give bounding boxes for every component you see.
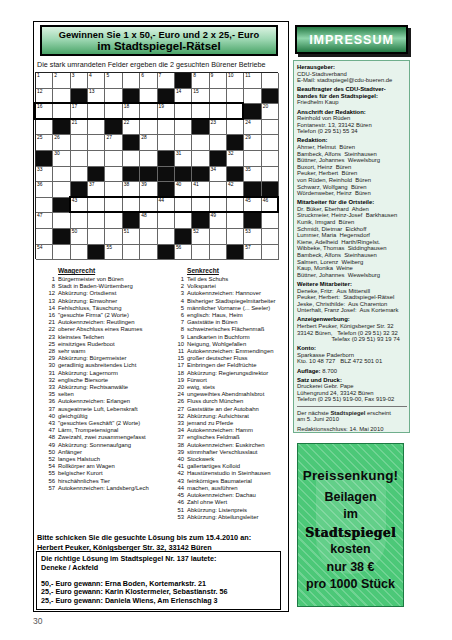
grid-cell-black bbox=[210, 151, 227, 167]
grid-cell[interactable] bbox=[210, 229, 227, 245]
grid-cell-black bbox=[262, 182, 279, 198]
banner-line: nur 38 € bbox=[298, 559, 403, 577]
impressum-line: Ahmer, Helmut Büren bbox=[297, 144, 407, 151]
grid-cell[interactable] bbox=[175, 198, 192, 214]
grid-cell[interactable]: 57 bbox=[244, 245, 261, 261]
grid-cell[interactable] bbox=[105, 213, 122, 229]
impressum-line: Lummer, Maria Hegensdorf bbox=[297, 232, 407, 239]
banner-line: Beilagen bbox=[298, 489, 403, 507]
clue-number: 46 bbox=[263, 198, 268, 204]
grid-cell[interactable] bbox=[210, 182, 227, 198]
clue-text: kleinstes Teilchen bbox=[58, 334, 104, 341]
down-clue: 53Abkürzung: Abteilungsleiter bbox=[175, 514, 288, 521]
impressum-inline-value: 8.700 bbox=[321, 368, 337, 374]
clue-number: 1 bbox=[37, 73, 40, 79]
clue-number: 51 bbox=[175, 507, 184, 514]
impressum-line: Schwarz, Wolfgang Büren bbox=[297, 184, 407, 191]
grid-cell-black bbox=[123, 135, 140, 151]
grid-cell[interactable] bbox=[53, 213, 70, 229]
grid-cell-black bbox=[36, 151, 53, 167]
down-clue: 41gallertartiges Kolloid bbox=[175, 463, 288, 470]
grid-cell[interactable] bbox=[71, 135, 88, 151]
across-clue: 13Abkürzung: Einwohner bbox=[46, 298, 174, 305]
down-clue: 3Autokennzeichen: Hannover bbox=[175, 290, 288, 297]
grid-cell[interactable]: 41 bbox=[192, 182, 209, 198]
submission-line1: Bitte schicken Sie die gesuchte Lösung b… bbox=[37, 533, 287, 543]
impressum-line: Telefon (0 29 51) 919-00, Fax 919-02 bbox=[297, 396, 407, 403]
grid-cell[interactable]: 18 bbox=[123, 104, 140, 120]
grid-cell[interactable] bbox=[262, 73, 279, 89]
clue-text: Zahl ohne Wert bbox=[187, 499, 227, 506]
grid-cell[interactable] bbox=[175, 120, 192, 136]
grid-cell[interactable] bbox=[227, 229, 244, 245]
clue-number: 25 bbox=[37, 135, 42, 141]
across-clue: 25einsitziges Ruderboot bbox=[46, 341, 174, 348]
grid-cell[interactable] bbox=[53, 182, 70, 198]
down-clue: 2Volkspartei bbox=[175, 283, 288, 290]
clue-text: Abkürzung: Regierungsdirektor bbox=[187, 370, 268, 377]
grid-cell[interactable]: 20 bbox=[262, 104, 279, 120]
grid-cell[interactable]: 16 bbox=[36, 104, 53, 120]
impressum-line: Peuker, Herbert Büren bbox=[297, 170, 407, 177]
grid-cell[interactable]: 21 bbox=[71, 120, 88, 136]
clue-number: 36 bbox=[46, 398, 55, 405]
grid-cell[interactable] bbox=[262, 135, 279, 151]
grid-cell[interactable] bbox=[123, 151, 140, 167]
clue-number: 48 bbox=[141, 213, 146, 219]
grid-cell[interactable]: 44 bbox=[158, 198, 175, 214]
grid-cell[interactable]: 47 bbox=[36, 213, 53, 229]
prize-header-line2: im Stadtspiegel-Rätsel bbox=[42, 40, 276, 52]
across-clue: 8Stadt in Baden-Württemberg bbox=[46, 283, 174, 290]
banner-line: Stadtspiegel bbox=[298, 524, 403, 542]
impressum-line: Struckmeier, Heinz-Josef Barkhausen bbox=[297, 212, 407, 219]
down-clue: 7Gaststätte in Büren bbox=[175, 319, 288, 326]
impressum-line: Fontanestr. 13, 33142 Büren bbox=[297, 122, 407, 129]
grid-cell[interactable]: 10 bbox=[227, 73, 244, 89]
grid-cell-black bbox=[227, 135, 244, 151]
grid-cell[interactable]: 7 bbox=[158, 73, 175, 89]
grid-cell[interactable]: 37 bbox=[88, 182, 105, 198]
clue-number: 57 bbox=[245, 245, 250, 251]
down-clue: 6englisch: Haus, Heim bbox=[175, 312, 288, 319]
grid-cell-black bbox=[88, 167, 105, 183]
across-clue: 30geradlinig ausbreitendes Licht bbox=[46, 362, 174, 369]
grid-cell[interactable] bbox=[71, 245, 88, 261]
crossword-grid[interactable]: 1234567891011121314151617181920212223242… bbox=[35, 72, 278, 259]
down-clue: 44machen, ausführen bbox=[175, 485, 288, 492]
grid-cell[interactable] bbox=[262, 167, 279, 183]
puzzle-intro: Die stark umrandeten Felder ergeben die … bbox=[37, 60, 287, 69]
grid-cell[interactable]: 23 bbox=[210, 120, 227, 136]
grid-cell[interactable] bbox=[262, 213, 279, 229]
prize-header: Gewinnen Sie 1 x 50,- Euro und 2 x 25,- … bbox=[40, 25, 278, 56]
impressum-section-header: Satz und Druck: bbox=[297, 377, 407, 384]
grid-cell[interactable]: 48 bbox=[140, 213, 157, 229]
promo-banner: Preissenkung!BeilagenimStadtspiegelkoste… bbox=[297, 443, 404, 607]
impressum-section-header: Anschrift der Redaktion: bbox=[297, 109, 407, 116]
grid-cell[interactable] bbox=[158, 135, 175, 151]
grid-cell[interactable]: 30 bbox=[53, 151, 70, 167]
impressum-footer-line: Redaktionsschluss: 14. Mai 2010 bbox=[297, 426, 407, 433]
grid-cell[interactable] bbox=[36, 198, 53, 214]
grid-cell[interactable] bbox=[158, 120, 175, 136]
grid-cell[interactable] bbox=[192, 104, 209, 120]
grid-cell-black bbox=[192, 167, 209, 183]
clue-number: 7 bbox=[175, 319, 184, 326]
clue-number: 32 bbox=[228, 151, 233, 157]
impressum-line: Wibbeke, Thomas Siddinghausen bbox=[297, 245, 407, 252]
previous-solution-box: Die richtige Lösung im Stadtspiegel Nr. … bbox=[36, 551, 281, 610]
grid-cell[interactable]: 17 bbox=[71, 104, 88, 120]
grid-cell-black bbox=[158, 151, 175, 167]
grid-cell[interactable]: 43 bbox=[71, 198, 88, 214]
clue-text: "gesuchte Firma" (2 Worte) bbox=[58, 312, 129, 319]
grid-cell[interactable]: 32 bbox=[227, 151, 244, 167]
grid-cell[interactable]: 14 bbox=[175, 89, 192, 105]
grid-cell[interactable]: 11 bbox=[244, 73, 261, 89]
clue-number: 18 bbox=[124, 104, 129, 110]
clue-number: 17 bbox=[175, 362, 184, 369]
clue-number: 6 bbox=[141, 73, 144, 79]
grid-cell[interactable] bbox=[71, 167, 88, 183]
grid-cell[interactable]: 38 bbox=[123, 182, 140, 198]
clue-number: 15 bbox=[193, 89, 198, 95]
clue-number: 13 bbox=[46, 298, 55, 305]
clue-number: 4 bbox=[175, 298, 184, 305]
grid-cell[interactable] bbox=[53, 167, 70, 183]
grid-cell[interactable] bbox=[140, 89, 157, 105]
across-clue: 48Zweizahl, zwei zusammengefasst bbox=[46, 434, 174, 441]
grid-cell[interactable] bbox=[88, 151, 105, 167]
clue-number: 17 bbox=[72, 104, 77, 110]
grid-cell[interactable]: 15 bbox=[192, 89, 209, 105]
grid-cell[interactable] bbox=[88, 120, 105, 136]
down-clue: 45Autokennzeichen: Dachau bbox=[175, 492, 288, 499]
grid-cell-black bbox=[175, 167, 192, 183]
grid-cell[interactable] bbox=[227, 120, 244, 136]
grid-cell[interactable] bbox=[192, 245, 209, 261]
clue-text: langes Halstuch bbox=[58, 456, 100, 463]
grid-cell[interactable] bbox=[140, 151, 157, 167]
clue-number: 3 bbox=[72, 73, 75, 79]
clue-number: 33 bbox=[46, 384, 55, 391]
grid-cell[interactable] bbox=[210, 245, 227, 261]
grid-cell[interactable] bbox=[158, 229, 175, 245]
grid-cell[interactable] bbox=[210, 135, 227, 151]
impressum-line: Herbert Peuker, Königsberger Str. 32 bbox=[297, 323, 407, 330]
down-clue: 9Landkarten in Buchform bbox=[175, 334, 288, 341]
grid-cell[interactable]: 6 bbox=[140, 73, 157, 89]
grid-cell[interactable]: 9 bbox=[210, 73, 227, 89]
down-clue: 20ewig, stets bbox=[175, 384, 288, 391]
grid-cell-black bbox=[158, 89, 175, 105]
impressum-footer-line: Der nächste Stadtspiegel erscheint bbox=[297, 410, 407, 417]
grid-cell[interactable] bbox=[140, 229, 157, 245]
clue-number: 50 bbox=[72, 229, 77, 235]
across-clue: 50Anfänger bbox=[46, 449, 174, 456]
grid-cell[interactable] bbox=[88, 135, 105, 151]
grid-cell[interactable]: 49 bbox=[210, 213, 227, 229]
clue-number: 32 bbox=[46, 377, 55, 384]
clue-text: hirschähnliches Tier bbox=[58, 478, 110, 485]
grid-cell[interactable]: 52 bbox=[192, 229, 209, 245]
clue-number: 39 bbox=[175, 449, 184, 456]
clue-number: 34 bbox=[211, 167, 216, 173]
down-clue: 37englisches Feldmaß bbox=[175, 434, 288, 441]
impressum-line: Deneke, Fritz: Aus Mittersill bbox=[297, 288, 407, 295]
grid-cell[interactable] bbox=[140, 198, 157, 214]
clue-number: 23 bbox=[46, 334, 55, 341]
clue-text: Abkürzung: Abteilungsleiter bbox=[187, 514, 258, 521]
grid-cell[interactable] bbox=[53, 89, 70, 105]
grid-cell[interactable] bbox=[123, 73, 140, 89]
grid-cell[interactable]: 36 bbox=[36, 182, 53, 198]
clue-number: 5 bbox=[175, 305, 184, 312]
down-clue: 26Fluss durch München bbox=[175, 398, 288, 405]
clue-number: 44 bbox=[175, 485, 184, 492]
grid-cell[interactable] bbox=[210, 198, 227, 214]
clue-text: Zweizahl, zwei zusammengefasst bbox=[58, 434, 146, 441]
grid-cell[interactable] bbox=[123, 245, 140, 261]
grid-cell[interactable] bbox=[227, 213, 244, 229]
grid-cell[interactable]: 12 bbox=[36, 89, 53, 105]
grid-cell[interactable] bbox=[175, 213, 192, 229]
clue-text: Abkürzung: Aufsichtsrat bbox=[187, 413, 249, 420]
clue-number: 25 bbox=[46, 341, 55, 348]
clue-number: 20 bbox=[263, 104, 268, 110]
grid-cell[interactable]: 19 bbox=[158, 104, 175, 120]
grid-cell[interactable] bbox=[105, 229, 122, 245]
grid-cell[interactable] bbox=[227, 198, 244, 214]
grid-cell[interactable]: 27 bbox=[105, 135, 122, 151]
winner-list: 50,- Euro gewann: Erna Boden, Kortemarks… bbox=[41, 580, 280, 606]
grid-cell[interactable] bbox=[140, 120, 157, 136]
grid-cell[interactable]: 2 bbox=[53, 73, 70, 89]
grid-cell[interactable] bbox=[192, 151, 209, 167]
impressum-panel: Herausgeber:CDU-StadtverbandE-Mail: stad… bbox=[293, 60, 410, 433]
grid-cell[interactable]: 34 bbox=[210, 167, 227, 183]
grid-cell[interactable]: 54 bbox=[36, 245, 53, 261]
grid-cell[interactable] bbox=[175, 135, 192, 151]
clue-text: Bürgermeister von Büren bbox=[58, 276, 123, 283]
grid-cell[interactable]: 22 bbox=[123, 120, 140, 136]
clue-number: 37 bbox=[89, 182, 94, 188]
clue-number: 55 bbox=[106, 245, 111, 251]
down-clue: 39stimmhafter Verschlusslaut bbox=[175, 449, 288, 456]
impressum-header: IMPRESSUM bbox=[295, 25, 408, 54]
impressum-line: von Rüden, Reinhold Büren bbox=[297, 177, 407, 184]
grid-cell-black bbox=[227, 245, 244, 261]
impressum-line: Bambeck, Alfons Steinhausen bbox=[297, 151, 407, 158]
clue-text: englisch: Haus, Heim bbox=[187, 312, 243, 319]
crossword-grid-wrap: 1234567891011121314151617181920212223242… bbox=[35, 72, 278, 260]
clue-number: 41 bbox=[175, 463, 184, 470]
grid-cell[interactable]: 25 bbox=[36, 135, 53, 151]
down-clues: Senkrecht 1Teil des Schuhs2Volkspartei3A… bbox=[175, 267, 288, 521]
clue-text: Stockwerk bbox=[187, 456, 214, 463]
grid-cell[interactable]: 35 bbox=[244, 167, 261, 183]
clue-number: 41 bbox=[193, 182, 198, 188]
grid-cell[interactable] bbox=[88, 229, 105, 245]
grid-cell[interactable] bbox=[140, 245, 157, 261]
grid-cell[interactable]: 26 bbox=[53, 135, 70, 151]
across-clue: 36Autokennzeichen: Erlangen bbox=[46, 398, 174, 405]
clue-number: 49 bbox=[46, 442, 55, 449]
grid-cell[interactable]: 55 bbox=[105, 245, 122, 261]
grid-cell[interactable]: 46 bbox=[262, 198, 279, 214]
impressum-line: Schmidt, Dietmar Eickhoff bbox=[297, 226, 407, 233]
grid-cell[interactable] bbox=[71, 213, 88, 229]
grid-cell[interactable] bbox=[36, 120, 53, 136]
grid-cell[interactable]: 31 bbox=[175, 151, 192, 167]
impressum-section-header: Mitarbeiter für die Ortsteile: bbox=[297, 199, 407, 206]
clue-number: 52 bbox=[193, 229, 198, 235]
grid-cell[interactable] bbox=[158, 213, 175, 229]
grid-cell[interactable] bbox=[105, 151, 122, 167]
grid-cell[interactable] bbox=[227, 104, 244, 120]
grid-cell-black bbox=[140, 167, 157, 183]
down-clue: 43feinkörniges Baumaterial bbox=[175, 478, 288, 485]
grid-cell[interactable] bbox=[244, 89, 261, 105]
grid-cell[interactable]: 51 bbox=[123, 229, 140, 245]
grid-cell[interactable] bbox=[227, 89, 244, 105]
grid-cell[interactable] bbox=[210, 104, 227, 120]
clue-number: 30 bbox=[54, 151, 59, 157]
grid-cell[interactable]: 24 bbox=[244, 120, 261, 136]
grid-cell-black bbox=[53, 229, 70, 245]
clue-number: 37 bbox=[46, 406, 55, 413]
across-clue: 33Abkürzung: Rechtsanwälte bbox=[46, 384, 174, 391]
clue-number: 21 bbox=[46, 319, 55, 326]
down-clue: 1Teil des Schuhs bbox=[175, 276, 288, 283]
clue-text: jemand zu Pferde bbox=[187, 420, 233, 427]
across-clue: 43"gesuchtes Geschäft" (2 Worte) bbox=[46, 420, 174, 427]
grid-cell[interactable]: 50 bbox=[71, 229, 88, 245]
clue-number: 43 bbox=[46, 420, 55, 427]
impressum-line: Kunik, Irmgard Büren bbox=[297, 219, 407, 226]
grid-cell[interactable]: 5 bbox=[105, 73, 122, 89]
clue-number: 34 bbox=[175, 427, 184, 434]
clue-number: 54 bbox=[37, 245, 42, 251]
clue-number: 7 bbox=[159, 73, 162, 79]
grid-cell[interactable]: 13 bbox=[88, 89, 105, 105]
grid-cell[interactable]: 3 bbox=[71, 73, 88, 89]
grid-cell[interactable] bbox=[105, 89, 122, 105]
grid-cell[interactable]: 33 bbox=[36, 167, 53, 183]
grid-cell[interactable]: 4 bbox=[88, 73, 105, 89]
impressum-line: Reinhold von Rüden bbox=[297, 115, 407, 122]
clue-text: Neigung, Wohlgefallen bbox=[187, 341, 246, 348]
impressum-line: Kaup, Monika Weine bbox=[297, 265, 407, 272]
page-number: 30 bbox=[33, 616, 42, 626]
grid-cell[interactable] bbox=[105, 198, 122, 214]
grid-cell-black bbox=[88, 245, 105, 261]
grid-cell[interactable]: 29 bbox=[244, 135, 261, 151]
clue-number: 53 bbox=[245, 229, 250, 235]
grid-cell[interactable]: 1 bbox=[36, 73, 53, 89]
grid-cell[interactable]: 53 bbox=[244, 229, 261, 245]
grid-cell[interactable] bbox=[88, 104, 105, 120]
clue-number: 13 bbox=[89, 89, 94, 95]
grid-cell[interactable]: 39 bbox=[140, 182, 157, 198]
clue-text: Stadt in Baden-Württemberg bbox=[58, 283, 133, 290]
across-clue: 32englische Biersorte bbox=[46, 377, 174, 384]
grid-cell[interactable] bbox=[123, 198, 140, 214]
clue-number: 35 bbox=[46, 391, 55, 398]
down-clue: 10Neigung, Wohlgefallen bbox=[175, 341, 288, 348]
impressum-line: Friedhelm Kaup bbox=[297, 99, 407, 106]
down-clue: 19Fürwort bbox=[175, 377, 288, 384]
grid-cell[interactable] bbox=[53, 245, 70, 261]
grid-cell[interactable] bbox=[210, 89, 227, 105]
clue-number: 26 bbox=[175, 398, 184, 405]
down-clue: 24ungeweihtes Abendmahlsbrot bbox=[175, 391, 288, 398]
grid-cell[interactable] bbox=[105, 182, 122, 198]
clue-text: Abkürzung: Rechtsanwälte bbox=[58, 384, 128, 391]
grid-cell[interactable]: 45 bbox=[244, 198, 261, 214]
impressum-section-header: Redaktion: bbox=[297, 137, 407, 144]
grid-cell[interactable] bbox=[88, 213, 105, 229]
grid-cell-black bbox=[158, 245, 175, 261]
clue-number: 20 bbox=[175, 384, 184, 391]
grid-cell[interactable] bbox=[262, 245, 279, 261]
grid-cell[interactable]: 8 bbox=[192, 73, 209, 89]
grid-cell[interactable]: 56 bbox=[175, 245, 192, 261]
grid-cell-black bbox=[123, 167, 140, 183]
impressum-section: Weitere Mitarbeiter:Deneke, Fritz: Aus M… bbox=[297, 281, 407, 314]
grid-cell[interactable]: 42 bbox=[227, 182, 244, 198]
banner-headline: Preissenkung! bbox=[298, 467, 403, 485]
clue-number: 5 bbox=[106, 73, 109, 79]
clue-number: 8 bbox=[193, 73, 196, 79]
clue-number: 19 bbox=[175, 377, 184, 384]
grid-cell[interactable] bbox=[105, 167, 122, 183]
grid-cell[interactable] bbox=[192, 135, 209, 151]
grid-cell[interactable] bbox=[88, 198, 105, 214]
clue-number: 26 bbox=[54, 135, 59, 141]
clue-number: 37 bbox=[175, 434, 184, 441]
grid-cell[interactable] bbox=[71, 151, 88, 167]
grid-cell-black bbox=[105, 120, 122, 136]
across-clue: 40gleichgültig bbox=[46, 413, 174, 420]
clue-number: 8 bbox=[46, 283, 55, 290]
grid-cell-black bbox=[192, 120, 209, 136]
grid-cell[interactable] bbox=[53, 104, 70, 120]
grid-cell[interactable]: 40 bbox=[175, 182, 192, 198]
grid-cell[interactable] bbox=[140, 104, 157, 120]
grid-cell[interactable] bbox=[262, 151, 279, 167]
across-clue: 57Autokennzeichen: Landsberg/Lech bbox=[46, 485, 174, 492]
grid-cell[interactable] bbox=[244, 151, 261, 167]
across-clue: 52langes Halstuch bbox=[46, 456, 174, 463]
impressum-line: Peuker, Herbert: Stadtspiegel-Rätsel bbox=[297, 294, 407, 301]
grid-cell[interactable] bbox=[105, 104, 122, 120]
clue-number: 24 bbox=[245, 120, 250, 126]
grid-cell[interactable] bbox=[262, 229, 279, 245]
clue-number: 10 bbox=[228, 73, 233, 79]
grid-cell[interactable]: 28 bbox=[140, 135, 157, 151]
grid-cell[interactable] bbox=[262, 120, 279, 136]
grid-cell[interactable] bbox=[175, 104, 192, 120]
down-title: Senkrecht bbox=[187, 267, 288, 274]
grid-cell[interactable] bbox=[192, 198, 209, 214]
grid-cell-black bbox=[244, 182, 261, 198]
impressum-section: Anzeigenwerbung:Herbert Peuker, Königsbe… bbox=[297, 316, 407, 342]
clue-number: 48 bbox=[46, 434, 55, 441]
grid-cell[interactable] bbox=[36, 229, 53, 245]
clue-text: geradlinig ausbreitendes Licht bbox=[58, 362, 136, 369]
